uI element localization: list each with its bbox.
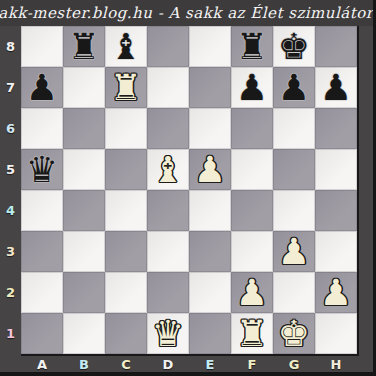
- square-g5[interactable]: [273, 149, 315, 190]
- file-label-a: A: [21, 356, 63, 372]
- square-d3[interactable]: [147, 231, 189, 272]
- square-f3[interactable]: [231, 231, 273, 272]
- square-h7[interactable]: ♟: [315, 67, 357, 108]
- square-b4[interactable]: [63, 190, 105, 231]
- piece-white-queen-d1: ♛: [152, 313, 184, 354]
- square-d4[interactable]: [147, 190, 189, 231]
- piece-black-rook-b8: ♜: [68, 26, 100, 67]
- piece-white-rook-c7: ♜: [110, 67, 142, 108]
- square-f4[interactable]: [231, 190, 273, 231]
- square-h1[interactable]: [315, 313, 357, 354]
- board-area: 87654321 ♜♝♜♚♟♜♟♟♟♛♝♟♟♟♟♛♜♚: [0, 26, 359, 356]
- square-c3[interactable]: [105, 231, 147, 272]
- square-c7[interactable]: ♜: [105, 67, 147, 108]
- square-h3[interactable]: [315, 231, 357, 272]
- file-label-e: E: [189, 356, 231, 372]
- square-b7[interactable]: [63, 67, 105, 108]
- chess-app-window: sakk-mester.blog.hu - A sakk az Élet szi…: [0, 0, 376, 376]
- piece-white-pawn-e5: ♟: [194, 149, 226, 190]
- square-f5[interactable]: [231, 149, 273, 190]
- piece-white-pawn-g3: ♟: [278, 231, 310, 272]
- piece-black-rook-f8: ♜: [236, 26, 268, 67]
- square-d8[interactable]: [147, 26, 189, 67]
- square-a6[interactable]: [21, 108, 63, 149]
- square-d5[interactable]: ♝: [147, 149, 189, 190]
- square-a1[interactable]: [21, 313, 63, 354]
- file-label-c: C: [105, 356, 147, 372]
- rank-labels: 87654321: [0, 26, 21, 356]
- piece-black-pawn-g7: ♟: [278, 67, 310, 108]
- square-e1[interactable]: [189, 313, 231, 354]
- square-e3[interactable]: [189, 231, 231, 272]
- piece-white-pawn-h2: ♟: [320, 272, 352, 313]
- square-c6[interactable]: [105, 108, 147, 149]
- square-b2[interactable]: [63, 272, 105, 313]
- piece-black-pawn-f7: ♟: [236, 67, 268, 108]
- square-h5[interactable]: [315, 149, 357, 190]
- square-d1[interactable]: ♛: [147, 313, 189, 354]
- file-label-b: B: [63, 356, 105, 372]
- rank-label-6: 6: [0, 108, 21, 149]
- square-b1[interactable]: [63, 313, 105, 354]
- square-a5[interactable]: ♛: [21, 149, 63, 190]
- square-h4[interactable]: [315, 190, 357, 231]
- square-d2[interactable]: [147, 272, 189, 313]
- square-c5[interactable]: [105, 149, 147, 190]
- square-b8[interactable]: ♜: [63, 26, 105, 67]
- rank-label-8: 8: [0, 26, 21, 67]
- square-f2[interactable]: ♟: [231, 272, 273, 313]
- piece-black-king-g8: ♚: [278, 26, 310, 67]
- square-a3[interactable]: [21, 231, 63, 272]
- piece-white-rook-f1: ♜: [236, 313, 268, 354]
- square-b3[interactable]: [63, 231, 105, 272]
- square-d7[interactable]: [147, 67, 189, 108]
- rank-label-4: 4: [0, 190, 21, 231]
- square-f7[interactable]: ♟: [231, 67, 273, 108]
- square-a2[interactable]: [21, 272, 63, 313]
- square-h6[interactable]: [315, 108, 357, 149]
- square-h8[interactable]: [315, 26, 357, 67]
- square-c2[interactable]: [105, 272, 147, 313]
- piece-white-pawn-f2: ♟: [236, 272, 268, 313]
- square-e6[interactable]: [189, 108, 231, 149]
- square-d6[interactable]: [147, 108, 189, 149]
- square-e7[interactable]: [189, 67, 231, 108]
- square-c8[interactable]: ♝: [105, 26, 147, 67]
- piece-black-pawn-a7: ♟: [26, 67, 58, 108]
- file-label-h: H: [315, 356, 357, 372]
- square-c4[interactable]: [105, 190, 147, 231]
- title-text: sakk-mester.blog.hu - A sakk az Élet szi…: [0, 4, 376, 22]
- rank-label-5: 5: [0, 149, 21, 190]
- square-e8[interactable]: [189, 26, 231, 67]
- square-h2[interactable]: ♟: [315, 272, 357, 313]
- file-labels: ABCDEFGH: [21, 356, 357, 372]
- piece-black-bishop-c8: ♝: [110, 26, 142, 67]
- square-g1[interactable]: ♚: [273, 313, 315, 354]
- square-g7[interactable]: ♟: [273, 67, 315, 108]
- square-e4[interactable]: [189, 190, 231, 231]
- square-a8[interactable]: [21, 26, 63, 67]
- piece-white-king-g1: ♚: [278, 313, 310, 354]
- square-b6[interactable]: [63, 108, 105, 149]
- square-g6[interactable]: [273, 108, 315, 149]
- rank-label-1: 1: [0, 313, 21, 354]
- board: ♜♝♜♚♟♜♟♟♟♛♝♟♟♟♟♛♜♚: [21, 26, 359, 356]
- square-g2[interactable]: [273, 272, 315, 313]
- rank-label-2: 2: [0, 272, 21, 313]
- square-g3[interactable]: ♟: [273, 231, 315, 272]
- piece-white-bishop-d5: ♝: [152, 149, 184, 190]
- square-c1[interactable]: [105, 313, 147, 354]
- rank-label-3: 3: [0, 231, 21, 272]
- square-a7[interactable]: ♟: [21, 67, 63, 108]
- piece-black-pawn-h7: ♟: [320, 67, 352, 108]
- square-b5[interactable]: [63, 149, 105, 190]
- square-g8[interactable]: ♚: [273, 26, 315, 67]
- piece-black-queen-a5: ♛: [26, 149, 58, 190]
- square-f1[interactable]: ♜: [231, 313, 273, 354]
- rank-label-7: 7: [0, 67, 21, 108]
- square-e2[interactable]: [189, 272, 231, 313]
- title-bar: sakk-mester.blog.hu - A sakk az Élet szi…: [0, 0, 373, 26]
- square-a4[interactable]: [21, 190, 63, 231]
- square-e5[interactable]: ♟: [189, 149, 231, 190]
- file-label-g: G: [273, 356, 315, 372]
- file-label-f: F: [231, 356, 273, 372]
- square-f8[interactable]: ♜: [231, 26, 273, 67]
- square-g4[interactable]: [273, 190, 315, 231]
- square-f6[interactable]: [231, 108, 273, 149]
- file-label-d: D: [147, 356, 189, 372]
